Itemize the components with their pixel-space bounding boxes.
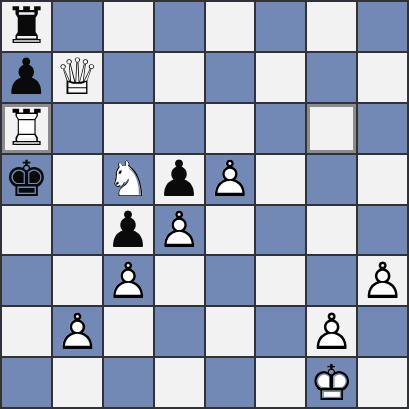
square-h3[interactable]: ♟♙ — [358, 256, 407, 305]
square-a7[interactable]: ♟ — [2, 53, 51, 102]
black-piece-glyph: ♟ — [2, 53, 51, 102]
square-a4[interactable] — [2, 206, 51, 255]
square-a5[interactable]: ♚ — [2, 155, 51, 204]
square-g6[interactable] — [307, 104, 356, 153]
square-d7[interactable] — [155, 53, 204, 102]
square-e6[interactable] — [206, 104, 255, 153]
white-piece-outline-glyph: ♖ — [2, 104, 51, 153]
white-piece-fill-glyph: ♟ — [53, 307, 102, 356]
square-h8[interactable] — [358, 2, 407, 51]
black-piece-glyph: ♟ — [155, 155, 204, 204]
chess-board: ♜♟♛♕♜♖♚♞♘♟♟♙♟♟♙♟♙♟♙♟♙♟♙♚♔ — [0, 0, 409, 409]
white-piece-fill-glyph: ♛ — [53, 53, 102, 102]
square-f3[interactable] — [256, 256, 305, 305]
square-h4[interactable] — [358, 206, 407, 255]
square-c1[interactable] — [104, 358, 153, 407]
black-piece-glyph: ♜ — [2, 2, 51, 51]
square-c5[interactable]: ♞♘ — [104, 155, 153, 204]
black-piece-glyph: ♚ — [2, 155, 51, 204]
piece-white-pawn: ♟♙ — [206, 155, 255, 204]
white-piece-outline-glyph: ♙ — [53, 307, 102, 356]
square-d5[interactable]: ♟ — [155, 155, 204, 204]
square-e3[interactable] — [206, 256, 255, 305]
square-d3[interactable] — [155, 256, 204, 305]
white-piece-fill-glyph: ♟ — [358, 256, 407, 305]
square-e5[interactable]: ♟♙ — [206, 155, 255, 204]
square-h1[interactable] — [358, 358, 407, 407]
square-b1[interactable] — [53, 358, 102, 407]
piece-white-king: ♚♔ — [307, 358, 356, 407]
white-piece-fill-glyph: ♞ — [104, 155, 153, 204]
square-a8[interactable]: ♜ — [2, 2, 51, 51]
white-piece-fill-glyph: ♟ — [155, 206, 204, 255]
white-piece-outline-glyph: ♙ — [104, 256, 153, 305]
square-g3[interactable] — [307, 256, 356, 305]
black-piece-glyph: ♟ — [104, 206, 153, 255]
white-piece-fill-glyph: ♟ — [307, 307, 356, 356]
square-c7[interactable] — [104, 53, 153, 102]
square-a1[interactable] — [2, 358, 51, 407]
square-b6[interactable] — [53, 104, 102, 153]
square-d1[interactable] — [155, 358, 204, 407]
square-f1[interactable] — [256, 358, 305, 407]
white-piece-fill-glyph: ♜ — [2, 104, 51, 153]
piece-white-queen: ♛♕ — [53, 53, 102, 102]
square-g7[interactable] — [307, 53, 356, 102]
piece-white-pawn: ♟♙ — [155, 206, 204, 255]
square-f8[interactable] — [256, 2, 305, 51]
square-f2[interactable] — [256, 307, 305, 356]
square-c3[interactable]: ♟♙ — [104, 256, 153, 305]
square-c8[interactable] — [104, 2, 153, 51]
square-c4[interactable]: ♟ — [104, 206, 153, 255]
square-b3[interactable] — [53, 256, 102, 305]
piece-white-rook: ♜♖ — [2, 104, 51, 153]
square-g4[interactable] — [307, 206, 356, 255]
square-c2[interactable] — [104, 307, 153, 356]
white-piece-outline-glyph: ♕ — [53, 53, 102, 102]
square-e1[interactable] — [206, 358, 255, 407]
white-piece-outline-glyph: ♙ — [358, 256, 407, 305]
piece-white-knight: ♞♘ — [104, 155, 153, 204]
square-c6[interactable] — [104, 104, 153, 153]
square-e4[interactable] — [206, 206, 255, 255]
white-piece-outline-glyph: ♘ — [104, 155, 153, 204]
square-h6[interactable] — [358, 104, 407, 153]
piece-white-pawn: ♟♙ — [104, 256, 153, 305]
square-e8[interactable] — [206, 2, 255, 51]
square-a2[interactable] — [2, 307, 51, 356]
square-h7[interactable] — [358, 53, 407, 102]
piece-black-pawn: ♟ — [2, 53, 51, 102]
white-piece-outline-glyph: ♙ — [206, 155, 255, 204]
white-piece-fill-glyph: ♚ — [307, 358, 356, 407]
piece-black-rook: ♜ — [2, 2, 51, 51]
piece-black-king: ♚ — [2, 155, 51, 204]
square-e7[interactable] — [206, 53, 255, 102]
square-b5[interactable] — [53, 155, 102, 204]
square-f5[interactable] — [256, 155, 305, 204]
square-e2[interactable] — [206, 307, 255, 356]
square-d6[interactable] — [155, 104, 204, 153]
square-g2[interactable]: ♟♙ — [307, 307, 356, 356]
piece-white-pawn: ♟♙ — [53, 307, 102, 356]
square-d8[interactable] — [155, 2, 204, 51]
square-a6[interactable]: ♜♖ — [2, 104, 51, 153]
piece-black-pawn: ♟ — [155, 155, 204, 204]
square-d2[interactable] — [155, 307, 204, 356]
square-g8[interactable] — [307, 2, 356, 51]
square-f4[interactable] — [256, 206, 305, 255]
square-b2[interactable]: ♟♙ — [53, 307, 102, 356]
square-a3[interactable] — [2, 256, 51, 305]
square-b7[interactable]: ♛♕ — [53, 53, 102, 102]
square-h5[interactable] — [358, 155, 407, 204]
white-piece-outline-glyph: ♔ — [307, 358, 356, 407]
square-b8[interactable] — [53, 2, 102, 51]
white-piece-outline-glyph: ♙ — [155, 206, 204, 255]
square-b4[interactable] — [53, 206, 102, 255]
square-h2[interactable] — [358, 307, 407, 356]
white-piece-outline-glyph: ♙ — [307, 307, 356, 356]
square-f7[interactable] — [256, 53, 305, 102]
square-g1[interactable]: ♚♔ — [307, 358, 356, 407]
square-f6[interactable] — [256, 104, 305, 153]
piece-black-pawn: ♟ — [104, 206, 153, 255]
square-d4[interactable]: ♟♙ — [155, 206, 204, 255]
square-g5[interactable] — [307, 155, 356, 204]
white-piece-fill-glyph: ♟ — [206, 155, 255, 204]
white-piece-fill-glyph: ♟ — [104, 256, 153, 305]
piece-white-pawn: ♟♙ — [307, 307, 356, 356]
piece-white-pawn: ♟♙ — [358, 256, 407, 305]
